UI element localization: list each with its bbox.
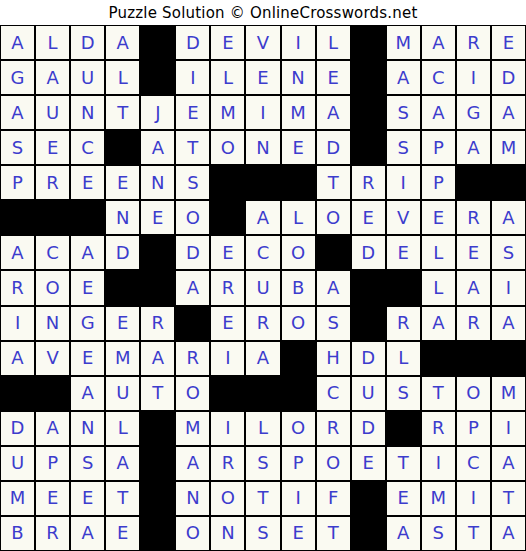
letter-cell: G — [1, 61, 34, 94]
cell-letter: O — [221, 139, 235, 157]
letter-cell: M — [492, 377, 525, 410]
letter-cell: E — [71, 271, 104, 304]
letter-cell: P — [282, 447, 315, 480]
cell-letter: L — [118, 419, 128, 437]
letter-cell: E — [106, 166, 139, 199]
letter-cell: A — [492, 447, 525, 480]
cell-letter: R — [467, 34, 480, 52]
cell-letter: A — [502, 454, 514, 472]
letter-cell: A — [317, 271, 350, 304]
letter-cell: A — [387, 517, 420, 550]
cell-letter: O — [466, 384, 480, 402]
letter-cell: M — [106, 342, 139, 375]
letter-cell: M — [492, 131, 525, 164]
cell-letter: O — [186, 209, 200, 227]
letter-cell: E — [36, 131, 69, 164]
cell-letter: C — [257, 244, 270, 262]
title-bar: Puzzle Solution © OnlineCrosswords.net — [0, 0, 526, 25]
cell-letter: H — [326, 349, 340, 367]
cell-letter: S — [503, 244, 514, 262]
letter-cell: P — [422, 131, 455, 164]
cell-letter: B — [11, 524, 23, 542]
cell-letter: N — [116, 209, 129, 227]
cell-letter: O — [186, 524, 200, 542]
cell-letter: B — [292, 279, 304, 297]
cell-letter: L — [293, 209, 303, 227]
letter-cell: U — [246, 271, 279, 304]
block-cell — [211, 166, 244, 199]
cell-letter: M — [395, 34, 411, 52]
letter-cell: T — [317, 517, 350, 550]
block-cell — [352, 307, 385, 340]
cell-letter: G — [466, 104, 480, 122]
letter-cell: D — [176, 26, 209, 59]
block-cell — [71, 201, 104, 234]
letter-cell: J — [141, 96, 174, 129]
letter-cell: C — [317, 377, 350, 410]
cell-letter: P — [47, 454, 58, 472]
letter-cell: D — [176, 236, 209, 269]
letter-cell: E — [141, 201, 174, 234]
cell-letter: T — [398, 454, 409, 472]
crossword-grid: ALDADEVILMAREGAULILENEACIDAUNTJEMIMASAGA… — [0, 25, 526, 551]
cell-letter: R — [257, 314, 270, 332]
letter-cell: T — [422, 377, 455, 410]
letter-cell: R — [457, 201, 490, 234]
block-cell — [246, 166, 279, 199]
letter-cell: O — [211, 131, 244, 164]
cell-letter: M — [185, 419, 201, 437]
cell-letter: M — [290, 104, 306, 122]
letter-cell: R — [36, 517, 69, 550]
block-cell — [352, 131, 385, 164]
letter-cell: R — [422, 412, 455, 445]
letter-cell: L — [211, 61, 244, 94]
letter-cell: T — [317, 166, 350, 199]
letter-cell: A — [387, 61, 420, 94]
cell-letter: E — [82, 279, 93, 297]
letter-cell: C — [457, 447, 490, 480]
block-cell — [352, 482, 385, 515]
letter-cell: S — [387, 96, 420, 129]
cell-letter: A — [502, 209, 514, 227]
cell-letter: E — [292, 524, 303, 542]
cell-letter: U — [362, 384, 375, 402]
cell-letter: D — [81, 34, 95, 52]
cell-letter: R — [46, 524, 59, 542]
cell-letter: R — [11, 279, 24, 297]
cell-letter: S — [187, 174, 198, 192]
block-cell — [106, 271, 139, 304]
letter-cell: O — [176, 201, 209, 234]
letter-cell: C — [36, 236, 69, 269]
cell-letter: I — [471, 489, 476, 507]
letter-cell: E — [422, 201, 455, 234]
letter-cell: L — [317, 26, 350, 59]
letter-cell: S — [317, 307, 350, 340]
letter-cell: E — [387, 482, 420, 515]
letter-cell: O — [282, 307, 315, 340]
cell-letter: A — [257, 209, 269, 227]
letter-cell: G — [71, 307, 104, 340]
letter-cell: O — [317, 447, 350, 480]
letter-cell: R — [211, 447, 244, 480]
letter-cell: A — [71, 517, 104, 550]
cell-letter: E — [222, 244, 233, 262]
letter-cell: U — [106, 377, 139, 410]
cell-letter: M — [501, 384, 517, 402]
letter-cell: T — [106, 96, 139, 129]
cell-letter: A — [46, 69, 58, 87]
cell-letter: A — [327, 279, 339, 297]
letter-cell: N — [71, 96, 104, 129]
letter-cell: I — [492, 271, 525, 304]
cell-letter: D — [116, 244, 130, 262]
cell-letter: A — [11, 244, 23, 262]
cell-letter: R — [187, 349, 200, 367]
letter-cell: I — [492, 412, 525, 445]
cell-letter: O — [291, 314, 305, 332]
block-cell — [1, 201, 34, 234]
letter-cell: E — [387, 236, 420, 269]
letter-cell: A — [246, 342, 279, 375]
cell-letter: V — [46, 349, 58, 367]
cell-letter: P — [293, 454, 304, 472]
cell-letter: A — [187, 279, 199, 297]
letter-cell: A — [1, 342, 34, 375]
cell-letter: I — [295, 34, 300, 52]
block-cell — [141, 236, 174, 269]
letter-cell: A — [1, 96, 34, 129]
cell-letter: A — [467, 139, 479, 157]
cell-letter: I — [471, 69, 476, 87]
cell-letter: T — [152, 384, 163, 402]
letter-cell: I — [1, 307, 34, 340]
cell-letter: M — [10, 489, 26, 507]
letter-cell: A — [106, 447, 139, 480]
letter-cell: P — [422, 166, 455, 199]
letter-cell: O — [457, 377, 490, 410]
cell-letter: P — [468, 419, 479, 437]
letter-cell: L — [387, 342, 420, 375]
cell-letter: P — [433, 174, 444, 192]
cell-letter: A — [327, 104, 339, 122]
cell-letter: T — [257, 489, 268, 507]
cell-letter: T — [187, 139, 198, 157]
cell-letter: T — [117, 104, 128, 122]
cell-letter: U — [46, 104, 59, 122]
letter-cell: E — [457, 236, 490, 269]
cell-letter: V — [397, 209, 409, 227]
letter-cell: O — [211, 482, 244, 515]
letter-cell: O — [282, 412, 315, 445]
letter-cell: T — [457, 517, 490, 550]
letter-cell: C — [422, 61, 455, 94]
letter-cell: R — [211, 271, 244, 304]
cell-letter: P — [433, 139, 444, 157]
letter-cell: O — [36, 271, 69, 304]
cell-letter: T — [117, 489, 128, 507]
block-cell — [282, 342, 315, 375]
letter-cell: A — [317, 96, 350, 129]
cell-letter: E — [152, 209, 163, 227]
cell-letter: I — [190, 69, 195, 87]
letter-cell: R — [246, 307, 279, 340]
cell-letter: I — [295, 489, 300, 507]
cell-letter: A — [187, 454, 199, 472]
cell-letter: S — [257, 454, 268, 472]
cell-letter: L — [433, 244, 443, 262]
cell-letter: E — [363, 454, 374, 472]
cell-letter: E — [398, 489, 409, 507]
block-cell — [141, 271, 174, 304]
letter-cell: A — [422, 96, 455, 129]
letter-cell: A — [492, 96, 525, 129]
cell-letter: D — [186, 34, 200, 52]
cell-letter: A — [81, 384, 93, 402]
letter-cell: D — [352, 412, 385, 445]
letter-cell: E — [211, 307, 244, 340]
cell-letter: E — [222, 314, 233, 332]
cell-letter: R — [152, 314, 165, 332]
cell-letter: A — [432, 314, 444, 332]
letter-cell: A — [36, 61, 69, 94]
cell-letter: S — [398, 139, 409, 157]
letter-cell: R — [176, 342, 209, 375]
cell-letter: I — [401, 174, 406, 192]
cell-letter: G — [11, 69, 25, 87]
cell-letter: R — [362, 174, 375, 192]
cell-letter: R — [46, 174, 59, 192]
letter-cell: R — [352, 166, 385, 199]
cell-letter: S — [257, 524, 268, 542]
cell-letter: D — [361, 244, 375, 262]
letter-cell: T — [141, 377, 174, 410]
cell-letter: O — [291, 419, 305, 437]
cell-letter: A — [432, 104, 444, 122]
letter-cell: D — [317, 131, 350, 164]
cell-letter: E — [222, 34, 233, 52]
letter-cell: M — [282, 96, 315, 129]
letter-cell: P — [457, 412, 490, 445]
letter-cell: I — [246, 96, 279, 129]
block-cell — [176, 307, 209, 340]
cell-letter: A — [117, 454, 129, 472]
cell-letter: T — [503, 489, 514, 507]
cell-letter: L — [398, 349, 408, 367]
letter-cell: N — [246, 131, 279, 164]
page-title: Puzzle Solution © OnlineCrosswords.net — [108, 4, 417, 22]
letter-cell: U — [352, 377, 385, 410]
letter-cell: V — [246, 26, 279, 59]
letter-cell: E — [71, 342, 104, 375]
letter-cell: A — [492, 307, 525, 340]
cell-letter: D — [186, 244, 200, 262]
cell-letter: C — [432, 69, 445, 87]
letter-cell: D — [492, 61, 525, 94]
cell-letter: S — [433, 524, 444, 542]
letter-cell: I — [211, 342, 244, 375]
cell-letter: U — [11, 454, 24, 472]
block-cell — [387, 412, 420, 445]
cell-letter: S — [82, 454, 93, 472]
letter-cell: M — [176, 412, 209, 445]
block-cell — [352, 26, 385, 59]
letter-cell: E — [176, 96, 209, 129]
cell-letter: A — [152, 139, 164, 157]
letter-cell: S — [176, 166, 209, 199]
letter-cell: L — [106, 61, 139, 94]
cell-letter: A — [46, 419, 58, 437]
cell-letter: E — [292, 139, 303, 157]
letter-cell: E — [211, 26, 244, 59]
letter-cell: A — [422, 26, 455, 59]
letter-cell: B — [282, 271, 315, 304]
cell-letter: T — [468, 524, 479, 542]
cell-letter: U — [116, 384, 129, 402]
letter-cell: I — [387, 166, 420, 199]
cell-letter: M — [431, 489, 447, 507]
letter-cell: A — [246, 201, 279, 234]
cell-letter: R — [222, 279, 235, 297]
letter-cell: E — [246, 61, 279, 94]
block-cell — [492, 342, 525, 375]
block-cell — [141, 26, 174, 59]
cell-letter: N — [291, 69, 304, 87]
cell-letter: A — [81, 524, 93, 542]
cell-letter: E — [117, 524, 128, 542]
cell-letter: N — [81, 104, 94, 122]
cell-letter: A — [432, 34, 444, 52]
block-cell — [282, 166, 315, 199]
cell-letter: R — [432, 419, 445, 437]
letter-cell: A — [71, 236, 104, 269]
letter-cell: A — [176, 447, 209, 480]
cell-letter: N — [256, 139, 269, 157]
cell-letter: O — [186, 384, 200, 402]
cell-letter: L — [223, 69, 233, 87]
block-cell — [246, 377, 279, 410]
cell-letter: N — [221, 524, 234, 542]
cell-letter: S — [398, 384, 409, 402]
block-cell — [387, 271, 420, 304]
letter-cell: D — [71, 26, 104, 59]
cell-letter: E — [82, 489, 93, 507]
cell-letter: E — [187, 104, 198, 122]
block-cell — [106, 131, 139, 164]
letter-cell: N — [176, 482, 209, 515]
letter-cell: R — [457, 307, 490, 340]
cell-letter: U — [81, 69, 94, 87]
cell-letter: A — [502, 524, 514, 542]
letter-cell: E — [352, 201, 385, 234]
letter-cell: G — [457, 96, 490, 129]
cell-letter: A — [397, 69, 409, 87]
letter-cell: I — [176, 61, 209, 94]
cell-letter: L — [258, 419, 268, 437]
letter-cell: S — [71, 447, 104, 480]
block-cell — [317, 236, 350, 269]
cell-letter: A — [152, 349, 164, 367]
cell-letter: A — [467, 279, 479, 297]
cell-letter: D — [11, 419, 25, 437]
cell-letter: A — [117, 34, 129, 52]
cell-letter: D — [502, 69, 516, 87]
letter-cell: T — [246, 482, 279, 515]
cell-letter: A — [11, 349, 23, 367]
letter-cell: M — [387, 26, 420, 59]
letter-cell: E — [106, 517, 139, 550]
cell-letter: N — [151, 174, 164, 192]
letter-cell: E — [282, 131, 315, 164]
letter-cell: E — [317, 61, 350, 94]
letter-cell: T — [176, 131, 209, 164]
letter-cell: L — [422, 236, 455, 269]
cell-letter: M — [220, 104, 236, 122]
cell-letter: L — [48, 34, 58, 52]
letter-cell: R — [1, 271, 34, 304]
cell-letter: A — [502, 314, 514, 332]
cell-letter: D — [326, 139, 340, 157]
cell-letter: N — [46, 314, 59, 332]
letter-cell: M — [211, 96, 244, 129]
cell-letter: F — [328, 489, 338, 507]
letter-cell: D — [106, 236, 139, 269]
cell-letter: V — [257, 34, 269, 52]
cell-letter: E — [327, 69, 338, 87]
letter-cell: E — [282, 517, 315, 550]
letter-cell: O — [282, 236, 315, 269]
cell-letter: A — [11, 104, 23, 122]
block-cell — [141, 482, 174, 515]
letter-cell: T — [492, 482, 525, 515]
cell-letter: E — [82, 349, 93, 367]
cell-letter: O — [46, 279, 60, 297]
cell-letter: P — [12, 174, 23, 192]
letter-cell: P — [1, 166, 34, 199]
letter-cell: D — [352, 342, 385, 375]
cell-letter: E — [468, 244, 479, 262]
letter-cell: N — [211, 517, 244, 550]
cell-letter: E — [82, 174, 93, 192]
letter-cell: V — [36, 342, 69, 375]
block-cell — [141, 412, 174, 445]
cell-letter: E — [433, 209, 444, 227]
block-cell — [141, 61, 174, 94]
cell-letter: E — [117, 174, 128, 192]
block-cell — [492, 166, 525, 199]
cell-letter: R — [397, 314, 410, 332]
cell-letter: C — [467, 454, 480, 472]
cell-letter: N — [186, 489, 199, 507]
cell-letter: I — [506, 419, 511, 437]
letter-cell: S — [387, 377, 420, 410]
cell-letter: C — [46, 244, 59, 262]
block-cell — [282, 377, 315, 410]
letter-cell: F — [317, 482, 350, 515]
cell-letter: A — [257, 349, 269, 367]
cell-letter: R — [467, 314, 480, 332]
letter-cell: R — [387, 307, 420, 340]
cell-letter: T — [328, 524, 339, 542]
block-cell — [352, 61, 385, 94]
letter-cell: M — [422, 482, 455, 515]
letter-cell: U — [1, 447, 34, 480]
cell-letter: C — [81, 139, 94, 157]
letter-cell: L — [246, 412, 279, 445]
letter-cell: O — [176, 377, 209, 410]
letter-cell: I — [457, 482, 490, 515]
